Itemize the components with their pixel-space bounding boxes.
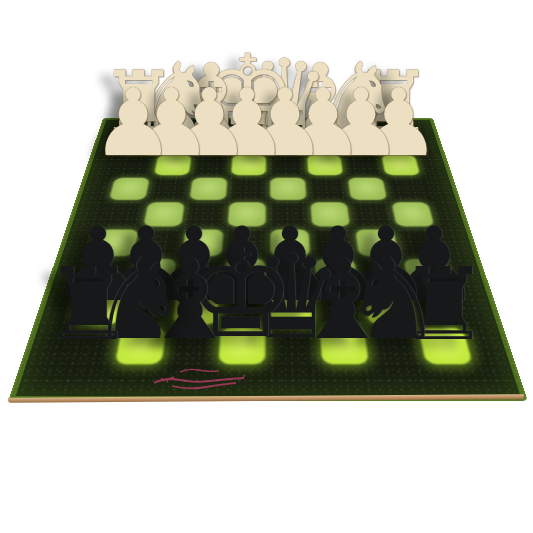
piece-black-rook-h8[interactable]: ♜	[44, 255, 134, 355]
pieces-layer: ♜♞♝♛♚♝♞♜♟♟♟♟♟♟♟♟♟♟♟♟♟♟♟♟♜♞♝♛♚♝♞♜	[0, 0, 533, 533]
artist-signature-scribble	[148, 366, 268, 392]
photo-white-background: ♜♞♝♛♚♝♞♜♟♟♟♟♟♟♟♟♟♟♟♟♟♟♟♟♜♞♝♛♚♝♞♜	[0, 0, 533, 533]
piece-white-pawn-h2[interactable]: ♟	[92, 77, 175, 170]
